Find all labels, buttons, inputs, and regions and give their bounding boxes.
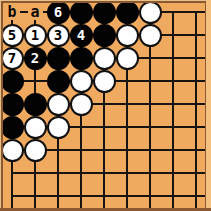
stone-black-c3r0 (70, 1, 93, 24)
move-number: 6 (54, 5, 62, 19)
stone-white-c2r4 (47, 93, 70, 116)
stone-white-c3r3 (70, 70, 93, 93)
stone-white-c1r6 (24, 139, 47, 162)
stone-white-c2r1-move3: 3 (47, 24, 70, 47)
stone-black-c3r1-move4: 4 (70, 24, 93, 47)
go-board-diagram[interactable]: ba6513472 (0, 0, 211, 211)
stone-black-c0r4 (1, 93, 24, 116)
stone-black-c1r2-move2: 2 (24, 47, 47, 70)
stone-black-c5r0 (116, 1, 139, 24)
grid-hline-7 (11, 172, 207, 174)
stone-white-c1r5 (24, 116, 47, 139)
frame-bottom-edge (0, 208, 211, 211)
stone-black-c2r2 (47, 47, 70, 70)
grid-hline-8 (11, 195, 207, 197)
frame-top-edge (0, 1, 211, 3)
stone-white-c1r1-move1: 1 (24, 24, 47, 47)
stone-black-c2r3 (47, 70, 70, 93)
stone-white-c0r1-move5: 5 (1, 24, 24, 47)
move-number: 7 (8, 51, 16, 65)
move-number: 2 (31, 51, 39, 65)
stone-white-c4r2 (93, 47, 116, 70)
stone-black-c3r2 (70, 47, 93, 70)
move-number: 5 (8, 28, 16, 42)
stone-black-c0r3 (1, 70, 24, 93)
frame-left-edge (1, 1, 3, 211)
stone-white-c6r1 (139, 24, 162, 47)
move-number: 3 (54, 28, 62, 42)
grid-vline-7 (172, 11, 174, 209)
point-label-b: b (5, 5, 20, 20)
stone-white-c5r1 (116, 24, 139, 47)
stone-white-c6r0 (139, 1, 162, 24)
stone-black-c0r5 (1, 116, 24, 139)
stone-black-c4r0 (93, 1, 116, 24)
stone-black-c2r0-move6: 6 (47, 1, 70, 24)
stone-white-c4r3 (93, 70, 116, 93)
stone-black-c1r4 (24, 93, 47, 116)
stone-white-c0r2-move7: 7 (1, 47, 24, 70)
grid-vline-8 (195, 11, 197, 209)
stone-white-c2r5 (47, 116, 70, 139)
stone-white-c3r4 (70, 93, 93, 116)
move-number: 4 (77, 28, 85, 42)
point-label-a: a (28, 5, 43, 20)
stone-white-c0r6 (1, 139, 24, 162)
stone-black-c4r1 (93, 24, 116, 47)
stone-white-c5r2 (116, 47, 139, 70)
frame-right-highlight (206, 0, 211, 211)
move-number: 1 (31, 28, 39, 42)
